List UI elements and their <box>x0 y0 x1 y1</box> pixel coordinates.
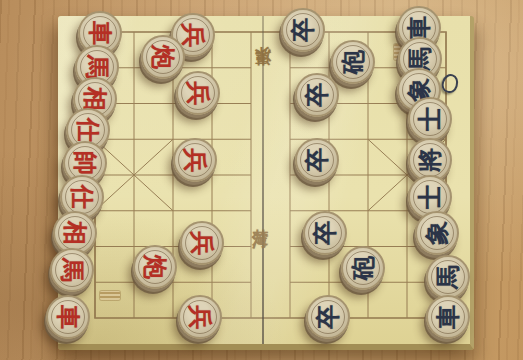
piece-black-soldier[interactable]: 卒 <box>295 73 339 117</box>
piece-character: 車 <box>56 305 80 329</box>
piece-character: 兵 <box>190 231 214 255</box>
piece-red-chariot[interactable]: 車 <box>46 295 90 339</box>
piece-red-soldier[interactable]: 兵 <box>173 138 217 182</box>
piece-character: 卒 <box>305 148 329 172</box>
piece-character: 士 <box>418 107 442 131</box>
piece-character: 馬 <box>85 55 109 79</box>
piece-black-soldier[interactable]: 卒 <box>306 295 350 339</box>
piece-character: 砲 <box>341 50 365 74</box>
maker-seal-stamp <box>100 291 120 300</box>
piece-character: 馬 <box>436 265 460 289</box>
piece-character: 仕 <box>76 118 100 142</box>
piece-black-elephant[interactable]: 象 <box>415 211 459 255</box>
piece-black-soldier[interactable]: 卒 <box>281 8 325 52</box>
piece-character: 將 <box>418 148 442 172</box>
piece-red-cannon[interactable]: 炮 <box>141 35 185 79</box>
piece-black-advisor[interactable]: 士 <box>408 97 452 141</box>
piece-red-soldier[interactable]: 兵 <box>180 221 224 265</box>
piece-red-horse[interactable]: 馬 <box>50 248 94 292</box>
piece-black-horse[interactable]: 馬 <box>426 255 470 299</box>
piece-red-soldier[interactable]: 兵 <box>176 71 220 115</box>
piece-character: 仕 <box>70 185 94 209</box>
piece-black-soldier[interactable]: 卒 <box>295 138 339 182</box>
piece-character: 卒 <box>313 221 337 245</box>
piece-character: 兵 <box>186 81 210 105</box>
piece-character: 兵 <box>188 305 212 329</box>
piece-character: 士 <box>418 185 442 209</box>
piece-character: 兵 <box>181 23 205 47</box>
piece-character: 炮 <box>143 255 167 279</box>
piece-character: 砲 <box>351 256 375 280</box>
piece-character: 卒 <box>291 18 315 42</box>
piece-black-cannon[interactable]: 砲 <box>331 40 375 84</box>
piece-black-chariot[interactable]: 車 <box>426 295 470 339</box>
piece-red-cannon[interactable]: 炮 <box>133 245 177 289</box>
piece-black-soldier[interactable]: 卒 <box>303 211 347 255</box>
piece-character: 卒 <box>305 83 329 107</box>
piece-character: 車 <box>88 21 112 45</box>
piece-character: 馬 <box>60 258 84 282</box>
piece-character: 象 <box>425 221 449 245</box>
piece-character: 兵 <box>183 148 207 172</box>
piece-character: 相 <box>63 221 87 245</box>
board-fold-line <box>262 16 264 344</box>
piece-red-soldier[interactable]: 兵 <box>178 295 222 339</box>
piece-character: 炮 <box>151 45 175 69</box>
river-label-hanjie: 漢界 <box>253 73 274 79</box>
river-label-chuhe: 楚河 <box>249 216 270 222</box>
piece-black-cannon[interactable]: 砲 <box>341 246 385 290</box>
piece-character: 卒 <box>316 305 340 329</box>
piece-character: 帥 <box>73 151 97 175</box>
piece-character: 車 <box>436 305 460 329</box>
wood-table: 漢界 楚河 車卒車兵炮馬砲馬象兵卒相士仕兵卒將帥仕士相卒象兵炮砲馬馬車兵卒車 <box>0 0 523 360</box>
